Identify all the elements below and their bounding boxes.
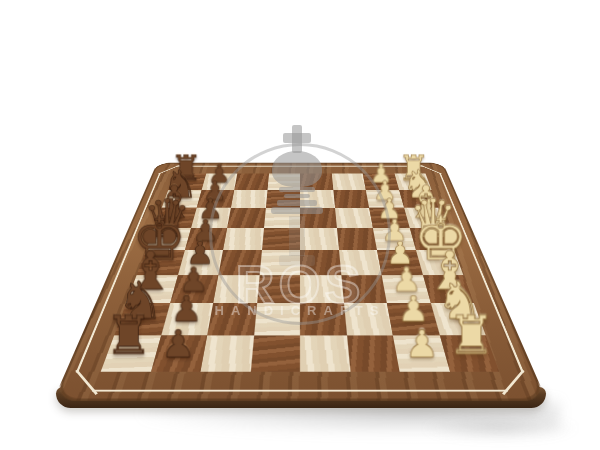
board-square — [250, 335, 300, 372]
board-square — [265, 190, 300, 208]
board-square — [341, 275, 387, 303]
board-square — [207, 303, 256, 335]
board-square — [300, 190, 335, 208]
board-square — [300, 173, 333, 189]
board-square — [223, 228, 264, 250]
board-square — [200, 335, 253, 372]
board-square — [300, 208, 336, 228]
chess-board: ♜♟♟♜♞♟♟♞♝♟♟♝♛♟♟♛♚♟♟♚♝♟♟♝♞♟♟♞♜♟♟♜ — [53, 163, 547, 401]
board-square — [335, 208, 373, 228]
inlay-corner-line — [75, 370, 98, 396]
board-square — [231, 190, 267, 208]
board-grid: ♜♟♟♜♞♟♟♞♝♟♟♝♛♟♟♛♚♟♟♚♝♟♟♝♞♟♟♞♜♟♟♜ — [101, 173, 500, 371]
board-square — [300, 335, 350, 372]
inlay-corner-line — [502, 370, 525, 396]
board-square — [300, 303, 346, 335]
board-square — [339, 250, 382, 275]
board-square — [262, 228, 301, 250]
board-square — [259, 250, 300, 275]
board-square: ♟ — [393, 335, 450, 372]
inlay-line — [92, 390, 508, 392]
board-square — [257, 275, 300, 303]
board-square — [333, 190, 369, 208]
board-perspective-wrap: ♜♟♟♜♞♟♟♞♝♟♟♝♛♟♟♛♚♟♟♚♝♟♟♝♞♟♟♞♜♟♟♜ — [0, 0, 600, 450]
board-square — [300, 250, 341, 275]
board-square — [336, 228, 377, 250]
board-square: ♜ — [439, 335, 499, 372]
product-photo: ♜♟♟♜♞♟♟♞♝♟♟♝♛♟♟♛♚♟♟♚♝♟♟♝♞♟♟♞♜♟♟♜ ROS HAN… — [0, 0, 600, 450]
board-square — [300, 228, 339, 250]
board-square — [267, 173, 300, 189]
board-square — [254, 303, 300, 335]
board-square — [234, 173, 268, 189]
board-square — [264, 208, 300, 228]
board-square — [343, 303, 392, 335]
board-square — [213, 275, 259, 303]
board-square — [331, 173, 365, 189]
board-square — [227, 208, 265, 228]
white-rook: ♜ — [447, 312, 495, 361]
black-rook: ♜ — [105, 312, 153, 361]
board-square — [218, 250, 261, 275]
board-square — [346, 335, 399, 372]
board-square: ♟ — [151, 335, 208, 372]
board-square — [300, 275, 343, 303]
black-pawn: ♟ — [161, 326, 195, 361]
white-pawn: ♟ — [405, 326, 439, 361]
